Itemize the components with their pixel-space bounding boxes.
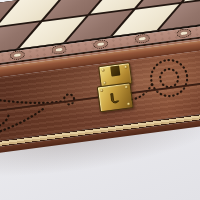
screw-icon bbox=[100, 89, 103, 92]
screw-icon bbox=[103, 81, 106, 84]
latch-hook-icon bbox=[108, 92, 122, 108]
photo-scene bbox=[0, 0, 200, 200]
screw-icon bbox=[101, 68, 104, 71]
screw-icon bbox=[125, 86, 128, 89]
latch-slot bbox=[110, 66, 120, 77]
screw-icon bbox=[124, 65, 127, 68]
screw-icon bbox=[127, 102, 130, 105]
brass-latch bbox=[93, 60, 138, 114]
